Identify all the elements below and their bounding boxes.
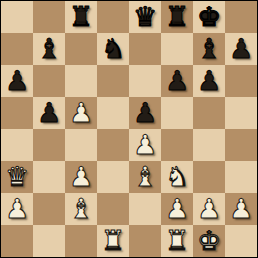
piece-black-pawn[interactable]: ♟: [197, 65, 221, 97]
square-g1[interactable]: ♚: [193, 225, 225, 257]
square-g6[interactable]: ♟: [193, 65, 225, 97]
square-f5[interactable]: [161, 97, 193, 129]
square-b3[interactable]: [33, 161, 65, 193]
piece-white-rook[interactable]: ♜: [101, 225, 125, 257]
square-d6[interactable]: [97, 65, 129, 97]
square-h8[interactable]: [225, 1, 257, 33]
piece-black-pawn[interactable]: ♟: [5, 65, 29, 97]
square-a4[interactable]: [1, 129, 33, 161]
square-e7[interactable]: [129, 33, 161, 65]
square-b8[interactable]: [33, 1, 65, 33]
square-h1[interactable]: [225, 225, 257, 257]
square-g2[interactable]: ♟: [193, 193, 225, 225]
square-a1[interactable]: [1, 225, 33, 257]
square-a3[interactable]: ♛: [1, 161, 33, 193]
piece-white-pawn[interactable]: ♟: [165, 193, 189, 225]
square-c3[interactable]: ♟: [65, 161, 97, 193]
piece-white-queen[interactable]: ♛: [5, 161, 29, 193]
piece-black-knight[interactable]: ♞: [101, 33, 125, 65]
square-f1[interactable]: ♜: [161, 225, 193, 257]
chess-board: ♜♛♜♚♝♞♝♟♟♟♟♟♟♟♟♛♟♝♞♟♝♟♟♟♜♜♚: [1, 1, 257, 257]
square-c1[interactable]: [65, 225, 97, 257]
piece-black-pawn[interactable]: ♟: [165, 65, 189, 97]
square-f7[interactable]: [161, 33, 193, 65]
square-b1[interactable]: [33, 225, 65, 257]
square-f4[interactable]: [161, 129, 193, 161]
square-c5[interactable]: ♟: [65, 97, 97, 129]
square-a7[interactable]: [1, 33, 33, 65]
piece-black-pawn[interactable]: ♟: [229, 33, 253, 65]
square-c8[interactable]: ♜: [65, 1, 97, 33]
square-b7[interactable]: ♝: [33, 33, 65, 65]
square-d5[interactable]: [97, 97, 129, 129]
piece-black-rook[interactable]: ♜: [165, 1, 189, 33]
square-f2[interactable]: ♟: [161, 193, 193, 225]
square-e2[interactable]: [129, 193, 161, 225]
piece-black-king[interactable]: ♚: [197, 1, 221, 33]
square-h5[interactable]: [225, 97, 257, 129]
square-c6[interactable]: [65, 65, 97, 97]
square-f3[interactable]: ♞: [161, 161, 193, 193]
square-a6[interactable]: ♟: [1, 65, 33, 97]
square-d3[interactable]: [97, 161, 129, 193]
square-g4[interactable]: [193, 129, 225, 161]
piece-black-pawn[interactable]: ♟: [133, 97, 157, 129]
piece-white-pawn[interactable]: ♟: [5, 193, 29, 225]
square-b2[interactable]: [33, 193, 65, 225]
piece-black-bishop[interactable]: ♝: [197, 33, 221, 65]
piece-white-bishop[interactable]: ♝: [133, 161, 157, 193]
square-d2[interactable]: [97, 193, 129, 225]
square-h7[interactable]: ♟: [225, 33, 257, 65]
piece-white-pawn[interactable]: ♟: [69, 97, 93, 129]
square-g7[interactable]: ♝: [193, 33, 225, 65]
square-d4[interactable]: [97, 129, 129, 161]
square-g5[interactable]: [193, 97, 225, 129]
square-h4[interactable]: [225, 129, 257, 161]
square-e4[interactable]: ♟: [129, 129, 161, 161]
square-e6[interactable]: [129, 65, 161, 97]
square-g3[interactable]: [193, 161, 225, 193]
piece-white-rook[interactable]: ♜: [165, 225, 189, 257]
square-b6[interactable]: [33, 65, 65, 97]
square-c7[interactable]: [65, 33, 97, 65]
square-f8[interactable]: ♜: [161, 1, 193, 33]
square-g8[interactable]: ♚: [193, 1, 225, 33]
piece-black-bishop[interactable]: ♝: [37, 33, 61, 65]
piece-white-knight[interactable]: ♞: [165, 161, 189, 193]
square-c4[interactable]: [65, 129, 97, 161]
square-e8[interactable]: ♛: [129, 1, 161, 33]
square-c2[interactable]: ♝: [65, 193, 97, 225]
square-h2[interactable]: ♟: [225, 193, 257, 225]
square-f6[interactable]: ♟: [161, 65, 193, 97]
square-e5[interactable]: ♟: [129, 97, 161, 129]
piece-black-rook[interactable]: ♜: [69, 1, 93, 33]
square-d1[interactable]: ♜: [97, 225, 129, 257]
piece-white-bishop[interactable]: ♝: [69, 193, 93, 225]
square-a2[interactable]: ♟: [1, 193, 33, 225]
square-h6[interactable]: [225, 65, 257, 97]
square-h3[interactable]: [225, 161, 257, 193]
piece-black-pawn[interactable]: ♟: [37, 97, 61, 129]
square-a8[interactable]: [1, 1, 33, 33]
piece-white-king[interactable]: ♚: [197, 225, 221, 257]
square-b5[interactable]: ♟: [33, 97, 65, 129]
piece-white-pawn[interactable]: ♟: [197, 193, 221, 225]
piece-white-pawn[interactable]: ♟: [69, 161, 93, 193]
square-d7[interactable]: ♞: [97, 33, 129, 65]
square-e3[interactable]: ♝: [129, 161, 161, 193]
piece-white-pawn[interactable]: ♟: [229, 193, 253, 225]
piece-white-pawn[interactable]: ♟: [133, 129, 157, 161]
square-b4[interactable]: [33, 129, 65, 161]
square-a5[interactable]: [1, 97, 33, 129]
square-d8[interactable]: [97, 1, 129, 33]
chess-board-frame: ♜♛♜♚♝♞♝♟♟♟♟♟♟♟♟♛♟♝♞♟♝♟♟♟♜♜♚: [0, 0, 258, 258]
piece-black-queen[interactable]: ♛: [133, 1, 157, 33]
square-e1[interactable]: [129, 225, 161, 257]
